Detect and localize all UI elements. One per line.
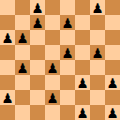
square-f6[interactable] xyxy=(75,30,90,45)
chess-board: ♟♟♟♟♟♟♟♟♟♟♟♟♟♟♟♟ xyxy=(0,0,120,120)
square-h6[interactable] xyxy=(105,30,120,45)
square-e6[interactable] xyxy=(60,30,75,45)
black-pawn: ♟ xyxy=(61,16,73,31)
square-b6[interactable]: ♟ xyxy=(15,30,30,45)
square-g2[interactable] xyxy=(90,90,105,105)
square-f3[interactable]: ♟ xyxy=(75,75,90,90)
square-a5[interactable] xyxy=(0,45,15,60)
black-pawn: ♟ xyxy=(91,46,103,61)
square-d3[interactable] xyxy=(45,75,60,90)
black-pawn: ♟ xyxy=(61,46,73,61)
square-a2[interactable]: ♟ xyxy=(0,90,15,105)
square-a4[interactable] xyxy=(0,60,15,75)
square-b5[interactable] xyxy=(15,45,30,60)
square-c6[interactable] xyxy=(30,30,45,45)
square-b4[interactable]: ♟ xyxy=(15,60,30,75)
square-b8[interactable] xyxy=(15,0,30,15)
square-a1[interactable] xyxy=(0,105,15,120)
square-d1[interactable] xyxy=(45,105,60,120)
square-g1[interactable] xyxy=(90,105,105,120)
square-e4[interactable] xyxy=(60,60,75,75)
square-f8[interactable] xyxy=(75,0,90,15)
black-pawn: ♟ xyxy=(31,16,43,31)
square-c3[interactable] xyxy=(30,75,45,90)
square-f2[interactable] xyxy=(75,90,90,105)
black-pawn: ♟ xyxy=(1,91,13,106)
square-d7[interactable] xyxy=(45,15,60,30)
square-c5[interactable] xyxy=(30,45,45,60)
square-b7[interactable] xyxy=(15,15,30,30)
square-c4[interactable] xyxy=(30,60,45,75)
square-f5[interactable] xyxy=(75,45,90,60)
square-h2[interactable] xyxy=(105,90,120,105)
square-h5[interactable] xyxy=(105,45,120,60)
square-d5[interactable] xyxy=(45,45,60,60)
square-h1[interactable]: ♟ xyxy=(105,105,120,120)
square-a8[interactable] xyxy=(0,0,15,15)
square-e7[interactable]: ♟ xyxy=(60,15,75,30)
square-a7[interactable] xyxy=(0,15,15,30)
square-g7[interactable] xyxy=(90,15,105,30)
black-pawn: ♟ xyxy=(106,106,118,121)
square-d8[interactable] xyxy=(45,0,60,15)
black-pawn: ♟ xyxy=(106,76,118,91)
black-pawn: ♟ xyxy=(46,91,58,106)
square-g5[interactable]: ♟ xyxy=(90,45,105,60)
black-pawn: ♟ xyxy=(76,106,88,121)
square-d6[interactable] xyxy=(45,30,60,45)
square-e2[interactable] xyxy=(60,90,75,105)
square-e3[interactable] xyxy=(60,75,75,90)
black-pawn: ♟ xyxy=(1,31,13,46)
square-c2[interactable] xyxy=(30,90,45,105)
square-g4[interactable] xyxy=(90,60,105,75)
square-h4[interactable] xyxy=(105,60,120,75)
square-b3[interactable] xyxy=(15,75,30,90)
square-g8[interactable]: ♟ xyxy=(90,0,105,15)
square-c7[interactable]: ♟ xyxy=(30,15,45,30)
black-pawn: ♟ xyxy=(31,1,43,16)
black-pawn: ♟ xyxy=(91,1,103,16)
black-pawn: ♟ xyxy=(16,61,28,76)
square-c8[interactable]: ♟ xyxy=(30,0,45,15)
square-e1[interactable] xyxy=(60,105,75,120)
square-f7[interactable] xyxy=(75,15,90,30)
square-g6[interactable] xyxy=(90,30,105,45)
black-pawn: ♟ xyxy=(16,31,28,46)
square-d4[interactable]: ♟ xyxy=(45,60,60,75)
square-c1[interactable] xyxy=(30,105,45,120)
square-d2[interactable]: ♟ xyxy=(45,90,60,105)
square-f4[interactable] xyxy=(75,60,90,75)
square-h8[interactable] xyxy=(105,0,120,15)
square-e5[interactable]: ♟ xyxy=(60,45,75,60)
square-b1[interactable] xyxy=(15,105,30,120)
square-f1[interactable]: ♟ xyxy=(75,105,90,120)
square-b2[interactable] xyxy=(15,90,30,105)
black-pawn: ♟ xyxy=(46,61,58,76)
square-e8[interactable] xyxy=(60,0,75,15)
square-a3[interactable] xyxy=(0,75,15,90)
black-pawn: ♟ xyxy=(76,76,88,91)
square-h7[interactable] xyxy=(105,15,120,30)
square-h3[interactable]: ♟ xyxy=(105,75,120,90)
square-g3[interactable] xyxy=(90,75,105,90)
square-a6[interactable]: ♟ xyxy=(0,30,15,45)
